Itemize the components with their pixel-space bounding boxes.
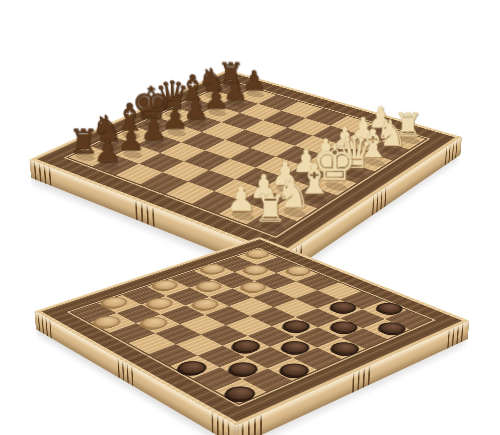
white-rook-glyph: ♜ — [236, 190, 305, 228]
light-checker — [89, 314, 126, 330]
product-photo: ♜♞♟♝♟♛♟♚♟♝♟♞♟♟♜♟♟♜♟♟♞♟♝♟♛♟♚♟♝♟♞♜ — [0, 0, 500, 435]
dark-checker — [227, 337, 266, 354]
dark-checker — [278, 318, 316, 334]
dark-checker — [274, 361, 314, 380]
dark-checker — [276, 338, 315, 355]
checkers-board — [34, 237, 469, 426]
light-checker — [136, 315, 173, 331]
chess-board: ♜♞♟♝♟♛♟♚♟♝♟♞♟♟♜♟♟♜♟♟♞♟♝♟♛♟♚♟♝♟♞♜ — [29, 69, 462, 257]
black-pawn-glyph: ♟ — [76, 136, 138, 167]
dark-checker — [172, 358, 212, 377]
dark-checker — [325, 319, 363, 335]
dark-checker — [223, 359, 263, 378]
dark-checker — [325, 340, 364, 357]
dark-checker — [219, 383, 261, 403]
dark-checker — [373, 320, 411, 336]
